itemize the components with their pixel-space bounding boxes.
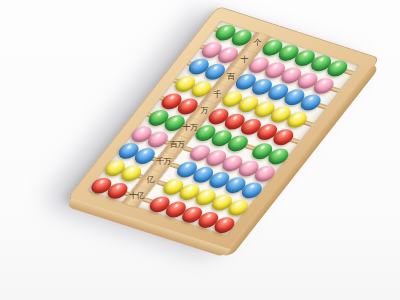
- place-label: 十亿: [129, 193, 143, 201]
- place-label: 百: [227, 73, 234, 81]
- product-photo: 个十百千万十万百万千万亿十亿: [0, 0, 400, 300]
- place-label: 十万: [183, 124, 197, 132]
- abacus-inner-panel: 个十百千万十万百万千万亿十亿: [87, 21, 360, 236]
- place-label: 个: [253, 39, 260, 47]
- place-label: 百万: [170, 141, 184, 149]
- place-label: 万: [200, 107, 207, 115]
- place-label: 千: [213, 90, 220, 98]
- place-label: 亿: [146, 175, 153, 183]
- place-label: 千万: [156, 158, 170, 166]
- place-label: 十: [240, 56, 247, 64]
- abacus-board: 个十百千万十万百万千万亿十亿: [67, 6, 380, 251]
